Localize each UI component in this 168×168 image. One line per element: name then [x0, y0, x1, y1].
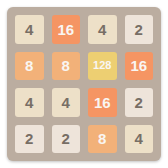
tile-r1c3-4: 4: [88, 15, 117, 44]
tile-r4c2-2: 2: [52, 125, 81, 154]
tile-r3c1-4: 4: [15, 88, 44, 117]
tile-r3c3-16: 16: [88, 88, 117, 117]
board-2048[interactable]: 416428812816441622284: [7, 7, 161, 161]
tile-r4c1-2: 2: [15, 125, 44, 154]
tile-r1c4-2: 2: [125, 15, 154, 44]
tile-r2c4-16: 16: [125, 52, 154, 81]
tile-r2c1-8: 8: [15, 52, 44, 81]
tile-r4c3-8: 8: [88, 125, 117, 154]
tile-r3c4-2: 2: [125, 88, 154, 117]
tile-r4c4-4: 4: [125, 125, 154, 154]
tile-r2c3-128: 128: [88, 52, 117, 81]
tile-r1c1-4: 4: [15, 15, 44, 44]
tile-r1c2-16: 16: [52, 15, 81, 44]
tile-r2c2-8: 8: [52, 52, 81, 81]
tile-r3c2-4: 4: [52, 88, 81, 117]
